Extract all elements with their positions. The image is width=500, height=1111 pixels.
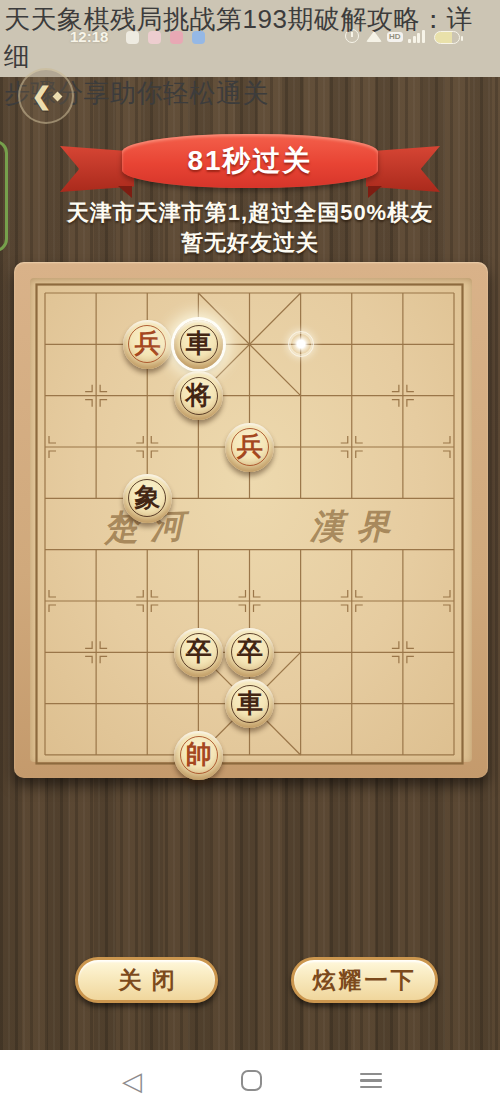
piece-glyph: 将 (186, 382, 212, 408)
piece-glyph: 卒 (237, 638, 263, 664)
title-overlay-strip: 12:18 HD 天天象棋残局挑战第193期破解攻略：详细 步骤分享助你轻松通关 (0, 0, 500, 77)
black-general[interactable]: 将 (174, 371, 223, 420)
red-soldier[interactable]: 兵 (123, 320, 172, 369)
black-chariot[interactable]: 車 (225, 679, 274, 728)
back-chevron-icon: ❮ (31, 84, 51, 108)
brag-button[interactable]: 炫耀一下 (291, 957, 438, 1003)
piece-glyph: 車 (186, 330, 212, 356)
sparkle-effect (291, 334, 311, 354)
black-soldier[interactable]: 卒 (174, 628, 223, 677)
piece-glyph: 兵 (134, 330, 160, 356)
result-ribbon: 81秒过关 (60, 128, 440, 204)
red-general[interactable]: 帥 (174, 731, 223, 780)
friends-status-text: 暂无好友过关 (0, 228, 500, 258)
black-chariot[interactable]: 車 (174, 320, 223, 369)
piece-glyph: 兵 (237, 433, 263, 459)
nav-back-icon[interactable]: ◁ (102, 1050, 162, 1111)
piece-glyph: 帥 (186, 741, 212, 767)
red-soldier[interactable]: 兵 (225, 423, 274, 472)
clear-time-text: 81秒过关 (187, 142, 312, 180)
rank-text: 天津市天津市第1,超过全国50%棋友 (0, 198, 500, 228)
piece-glyph: 象 (134, 484, 160, 510)
piece-glyph: 卒 (186, 638, 212, 664)
pieces-grid: 兵車将兵象卒卒車帥 (20, 267, 480, 780)
page-title: 天天象棋残局挑战第193期破解攻略：详细 步骤分享助你轻松通关 (4, 1, 498, 112)
ribbon-fold-right (368, 186, 382, 198)
close-button[interactable]: 关闭 (75, 957, 218, 1003)
android-nav-bar: ◁ (0, 1050, 500, 1111)
back-diamond-icon (52, 91, 62, 101)
ribbon-fold-left (118, 186, 132, 198)
black-elephant[interactable]: 象 (123, 474, 172, 523)
app-screen: 12:18 HD 天天象棋残局挑战第193期破解攻略：详细 步骤分享助你轻松通关… (0, 0, 500, 1111)
page-title-line1: 天天象棋残局挑战第193期破解攻略：详细 (4, 1, 498, 75)
nav-recents-icon[interactable] (341, 1050, 401, 1111)
piece-glyph: 車 (237, 690, 263, 716)
back-button[interactable]: ❮ (18, 68, 74, 124)
nav-home-icon[interactable] (221, 1050, 281, 1111)
page-title-line2: 步骤分享助你轻松通关 (4, 75, 498, 112)
ribbon-band: 81秒过关 (122, 134, 378, 188)
black-soldier[interactable]: 卒 (225, 628, 274, 677)
